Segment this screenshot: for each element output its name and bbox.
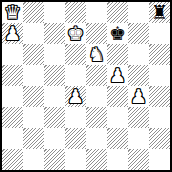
black-king[interactable]: ♚ — [109, 23, 126, 44]
square-g8[interactable] — [128, 2, 149, 23]
square-e1[interactable] — [86, 149, 107, 170]
square-c3[interactable] — [44, 107, 65, 128]
square-c6[interactable] — [44, 44, 65, 65]
square-f2[interactable] — [107, 128, 128, 149]
square-d3[interactable] — [65, 107, 86, 128]
square-f5[interactable]: ♟ — [107, 65, 128, 86]
square-c8[interactable] — [44, 2, 65, 23]
chess-board: ♛♜♟♚♚♞♟♟♟ — [0, 0, 172, 172]
square-h1[interactable] — [149, 149, 170, 170]
square-c4[interactable] — [44, 86, 65, 107]
square-g5[interactable] — [128, 65, 149, 86]
white-pawn[interactable]: ♟ — [109, 65, 126, 86]
square-h6[interactable] — [149, 44, 170, 65]
square-e3[interactable] — [86, 107, 107, 128]
square-b4[interactable] — [23, 86, 44, 107]
square-h2[interactable] — [149, 128, 170, 149]
square-h8[interactable]: ♜ — [149, 2, 170, 23]
square-f7[interactable]: ♚ — [107, 23, 128, 44]
square-f3[interactable] — [107, 107, 128, 128]
square-d8[interactable] — [65, 2, 86, 23]
square-e6[interactable]: ♞ — [86, 44, 107, 65]
square-g2[interactable] — [128, 128, 149, 149]
square-a2[interactable] — [2, 128, 23, 149]
square-g6[interactable] — [128, 44, 149, 65]
square-d6[interactable] — [65, 44, 86, 65]
square-f1[interactable] — [107, 149, 128, 170]
square-a3[interactable] — [2, 107, 23, 128]
square-c1[interactable] — [44, 149, 65, 170]
square-d5[interactable] — [65, 65, 86, 86]
square-d7[interactable]: ♚ — [65, 23, 86, 44]
square-f4[interactable] — [107, 86, 128, 107]
white-knight[interactable]: ♞ — [88, 44, 105, 65]
square-g7[interactable] — [128, 23, 149, 44]
white-pawn[interactable]: ♟ — [67, 86, 84, 107]
square-a4[interactable] — [2, 86, 23, 107]
square-g1[interactable] — [128, 149, 149, 170]
square-h4[interactable] — [149, 86, 170, 107]
square-d4[interactable]: ♟ — [65, 86, 86, 107]
square-b1[interactable] — [23, 149, 44, 170]
square-c2[interactable] — [44, 128, 65, 149]
square-e7[interactable] — [86, 23, 107, 44]
square-f8[interactable] — [107, 2, 128, 23]
square-a7[interactable]: ♟ — [2, 23, 23, 44]
square-b5[interactable] — [23, 65, 44, 86]
square-h5[interactable] — [149, 65, 170, 86]
square-d2[interactable] — [65, 128, 86, 149]
white-king[interactable]: ♚ — [67, 23, 84, 44]
square-c5[interactable] — [44, 65, 65, 86]
square-h7[interactable] — [149, 23, 170, 44]
square-e5[interactable] — [86, 65, 107, 86]
white-pawn[interactable]: ♟ — [130, 86, 147, 107]
square-b7[interactable] — [23, 23, 44, 44]
square-b6[interactable] — [23, 44, 44, 65]
square-c7[interactable] — [44, 23, 65, 44]
square-e8[interactable] — [86, 2, 107, 23]
square-b8[interactable] — [23, 2, 44, 23]
square-g3[interactable] — [128, 107, 149, 128]
square-a1[interactable] — [2, 149, 23, 170]
square-e4[interactable] — [86, 86, 107, 107]
square-d1[interactable] — [65, 149, 86, 170]
square-a5[interactable] — [2, 65, 23, 86]
square-g4[interactable]: ♟ — [128, 86, 149, 107]
square-a8[interactable]: ♛ — [2, 2, 23, 23]
square-h3[interactable] — [149, 107, 170, 128]
square-b2[interactable] — [23, 128, 44, 149]
white-pawn[interactable]: ♟ — [4, 23, 21, 44]
square-b3[interactable] — [23, 107, 44, 128]
black-rook[interactable]: ♜ — [151, 2, 168, 23]
square-e2[interactable] — [86, 128, 107, 149]
square-a6[interactable] — [2, 44, 23, 65]
white-queen[interactable]: ♛ — [4, 2, 21, 23]
square-f6[interactable] — [107, 44, 128, 65]
